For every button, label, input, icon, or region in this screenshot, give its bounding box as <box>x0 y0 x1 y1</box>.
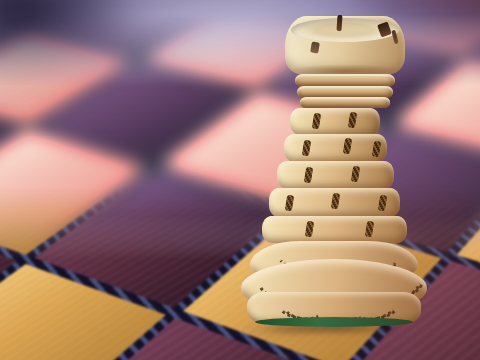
rook-body-tier <box>269 188 400 217</box>
rook-body-tier <box>290 108 380 135</box>
rook-felt-base <box>255 317 413 327</box>
rook-body-tier <box>277 161 394 189</box>
rook-body-tier <box>284 134 387 162</box>
rook-body-tier <box>262 216 407 243</box>
rook-neck-ring <box>300 97 390 108</box>
photo-canvas: ♖ <box>0 0 480 360</box>
white-rook-piece[interactable]: ♖ <box>233 8 443 338</box>
